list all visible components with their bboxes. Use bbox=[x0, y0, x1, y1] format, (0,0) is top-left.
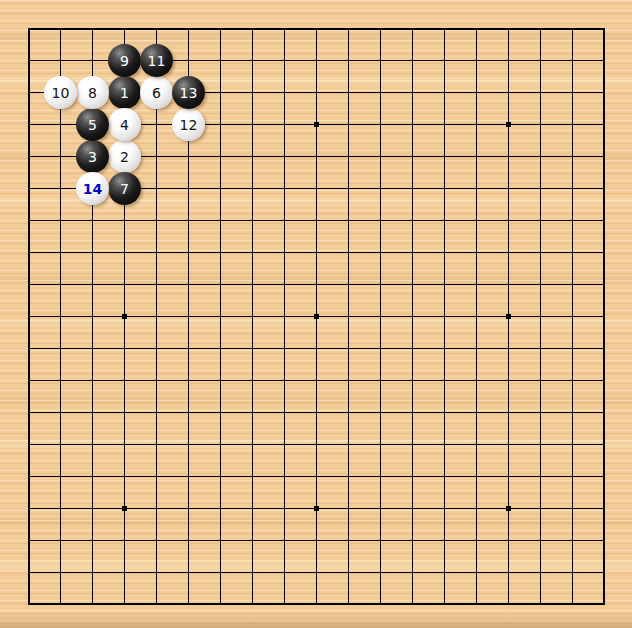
hoshi-point bbox=[122, 314, 127, 319]
grid-line-horizontal bbox=[28, 412, 605, 413]
hoshi-point bbox=[506, 506, 511, 511]
hoshi-point bbox=[506, 314, 511, 319]
move-number: 12 bbox=[180, 118, 198, 132]
hoshi-point bbox=[314, 506, 319, 511]
grid-line-horizontal bbox=[28, 603, 605, 605]
hoshi-point bbox=[122, 506, 127, 511]
hoshi-point bbox=[506, 122, 511, 127]
move-number: 9 bbox=[120, 54, 129, 68]
grid-line-vertical bbox=[348, 28, 349, 605]
stone-black-move-3: 3 bbox=[76, 140, 109, 173]
move-number: 13 bbox=[180, 86, 198, 100]
stone-black-move-1: 1 bbox=[108, 76, 141, 109]
grid-line-horizontal bbox=[28, 380, 605, 381]
grid-line-vertical bbox=[380, 28, 381, 605]
grid-line-horizontal bbox=[28, 348, 605, 349]
stone-black-move-9: 9 bbox=[108, 44, 141, 77]
move-number: 2 bbox=[120, 150, 129, 164]
grid-line-horizontal bbox=[28, 540, 605, 541]
move-number: 8 bbox=[88, 86, 97, 100]
move-number: 14 bbox=[83, 182, 102, 196]
stone-black-move-11: 11 bbox=[140, 44, 173, 77]
move-number: 5 bbox=[88, 118, 97, 132]
grid-line-horizontal bbox=[28, 444, 605, 445]
stone-white-move-14: 14 bbox=[76, 172, 109, 205]
stone-black-move-7: 7 bbox=[108, 172, 141, 205]
stone-white-move-8: 8 bbox=[76, 76, 109, 109]
move-number: 3 bbox=[88, 150, 97, 164]
grid-line-vertical bbox=[412, 28, 413, 605]
board-bottom-shadow bbox=[0, 612, 632, 628]
board-grid[interactable]: 1234567891011121314 bbox=[28, 28, 605, 605]
stone-white-move-10: 10 bbox=[44, 76, 77, 109]
move-number: 10 bbox=[52, 86, 70, 100]
grid-line-vertical bbox=[603, 28, 605, 605]
move-number: 11 bbox=[148, 54, 166, 68]
hoshi-point bbox=[314, 122, 319, 127]
grid-line-vertical bbox=[476, 28, 477, 605]
grid-line-vertical bbox=[444, 28, 445, 605]
move-number: 6 bbox=[152, 86, 161, 100]
stone-black-move-13: 13 bbox=[172, 76, 205, 109]
grid-line-vertical bbox=[572, 28, 573, 605]
stone-white-move-4: 4 bbox=[108, 108, 141, 141]
stone-white-move-2: 2 bbox=[108, 140, 141, 173]
grid-line-vertical bbox=[540, 28, 541, 605]
move-number: 7 bbox=[120, 182, 129, 196]
hoshi-point bbox=[314, 314, 319, 319]
move-number: 4 bbox=[120, 118, 129, 132]
grid-line-horizontal bbox=[28, 476, 605, 477]
stone-white-move-12: 12 bbox=[172, 108, 205, 141]
stone-black-move-5: 5 bbox=[76, 108, 109, 141]
move-number: 1 bbox=[120, 86, 129, 100]
stone-white-move-6: 6 bbox=[140, 76, 173, 109]
goban: 1234567891011121314 bbox=[0, 0, 632, 628]
grid-line-horizontal bbox=[28, 572, 605, 573]
